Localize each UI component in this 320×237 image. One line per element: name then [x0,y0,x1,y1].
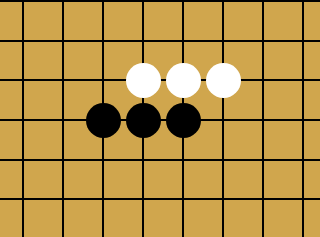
black-stone[interactable] [86,103,121,138]
white-stone[interactable] [206,63,241,98]
white-stone[interactable] [166,63,201,98]
go-board[interactable] [0,0,320,237]
grid-line-horizontal-6 [0,198,320,200]
white-stone[interactable] [126,63,161,98]
grid-line-vertical-8 [302,0,304,237]
grid-line-vertical-1 [22,0,24,237]
black-stone[interactable] [126,103,161,138]
grid-line-vertical-2 [62,0,64,237]
grid-line-horizontal-1 [0,0,320,2]
grid-line-vertical-6 [222,0,224,237]
grid-line-horizontal-2 [0,40,320,42]
grid-line-horizontal-5 [0,159,320,161]
grid-line-vertical-7 [262,0,264,237]
black-stone[interactable] [166,103,201,138]
